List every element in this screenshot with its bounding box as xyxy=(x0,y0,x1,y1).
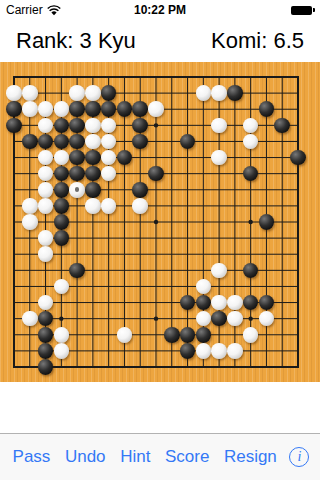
stone-white xyxy=(54,327,70,343)
stone-black xyxy=(69,134,85,150)
game-info-header: Rank: 3 Kyu Komi: 6.5 xyxy=(0,20,320,62)
status-bar: Carrier 10:22 PM xyxy=(0,0,320,20)
last-move-marker xyxy=(75,187,80,192)
stone-black xyxy=(164,327,180,343)
stone-black xyxy=(54,198,70,214)
stone-white xyxy=(38,198,54,214)
stone-white xyxy=(227,295,243,311)
stone-white xyxy=(196,343,212,359)
stone-white xyxy=(69,85,85,101)
info-icon[interactable]: i xyxy=(289,447,309,467)
stone-black xyxy=(69,150,85,166)
stone-black xyxy=(85,182,101,198)
stone-black xyxy=(69,101,85,117)
stone-black xyxy=(6,118,22,134)
undo-button[interactable]: Undo xyxy=(63,447,108,467)
stone-white xyxy=(117,327,133,343)
stone-black xyxy=(69,118,85,134)
stone-white xyxy=(54,101,70,117)
stone-black xyxy=(180,327,196,343)
rank-label: Rank: 3 Kyu xyxy=(16,28,136,54)
stone-black xyxy=(132,182,148,198)
hint-button[interactable]: Hint xyxy=(118,447,152,467)
stone-black xyxy=(22,134,38,150)
stone-white xyxy=(54,343,70,359)
stone-black xyxy=(69,263,85,279)
stone-white xyxy=(196,85,212,101)
stone-white xyxy=(38,182,54,198)
stone-black xyxy=(290,150,306,166)
stone-white xyxy=(211,295,227,311)
stone-black xyxy=(274,118,290,134)
stone-black xyxy=(54,118,70,134)
bottom-toolbar: Pass Undo Hint Score Resign i xyxy=(0,433,320,480)
stone-white xyxy=(132,198,148,214)
stone-white xyxy=(38,230,54,246)
clock: 10:22 PM xyxy=(0,3,320,17)
go-board[interactable] xyxy=(0,62,320,382)
stone-black xyxy=(180,343,196,359)
stone-white xyxy=(6,85,22,101)
stone-white-marked xyxy=(69,182,85,198)
stone-black xyxy=(54,214,70,230)
resign-button[interactable]: Resign xyxy=(222,447,279,467)
stone-black xyxy=(132,134,148,150)
stone-black xyxy=(54,182,70,198)
stone-black xyxy=(148,166,164,182)
stone-white xyxy=(22,214,38,230)
score-button[interactable]: Score xyxy=(163,447,211,467)
stone-black xyxy=(85,150,101,166)
stone-white xyxy=(148,101,164,117)
stone-white xyxy=(211,263,227,279)
stone-black xyxy=(117,101,133,117)
stone-black xyxy=(6,101,22,117)
stone-white xyxy=(101,198,117,214)
stone-black xyxy=(38,343,54,359)
battery-icon xyxy=(291,6,315,15)
stone-black xyxy=(85,101,101,117)
stone-black xyxy=(259,214,275,230)
stone-white xyxy=(22,101,38,117)
stone-white xyxy=(211,343,227,359)
stone-white xyxy=(227,311,243,327)
stone-black xyxy=(259,101,275,117)
stone-white xyxy=(22,85,38,101)
stone-black xyxy=(227,85,243,101)
stone-black xyxy=(38,327,54,343)
stone-white xyxy=(211,118,227,134)
stone-white xyxy=(211,85,227,101)
stone-white xyxy=(243,327,259,343)
stone-white xyxy=(85,134,101,150)
stone-black xyxy=(38,359,54,375)
stone-black xyxy=(54,230,70,246)
stone-white xyxy=(85,198,101,214)
stone-black xyxy=(132,118,148,134)
stone-black xyxy=(196,327,212,343)
stone-white xyxy=(22,198,38,214)
pass-button[interactable]: Pass xyxy=(11,447,53,467)
stone-white xyxy=(211,150,227,166)
stone-white xyxy=(227,343,243,359)
stone-white xyxy=(85,118,101,134)
stone-black xyxy=(132,101,148,117)
stone-black xyxy=(85,166,101,182)
komi-label: Komi: 6.5 xyxy=(211,28,304,54)
stone-white xyxy=(85,85,101,101)
stone-white xyxy=(22,311,38,327)
